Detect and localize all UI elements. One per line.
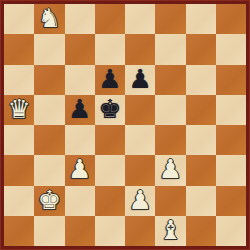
square-h2[interactable] bbox=[216, 186, 246, 216]
square-h5[interactable] bbox=[216, 95, 246, 125]
white-pawn-e2[interactable]: ♟ bbox=[128, 187, 151, 213]
square-g1[interactable] bbox=[186, 216, 216, 246]
square-b4[interactable] bbox=[34, 125, 64, 155]
black-pawn-e6[interactable]: ♟ bbox=[128, 66, 151, 92]
square-g3[interactable] bbox=[186, 155, 216, 185]
square-e3[interactable] bbox=[125, 155, 155, 185]
square-e1[interactable] bbox=[125, 216, 155, 246]
white-queen-a5[interactable]: ♛ bbox=[7, 96, 30, 122]
square-d8[interactable] bbox=[95, 4, 125, 34]
square-h7[interactable] bbox=[216, 34, 246, 64]
square-a7[interactable] bbox=[4, 34, 34, 64]
chess-app: ♞♟♟♛♟♚♟♟♚♟♝ bbox=[0, 0, 250, 250]
square-h6[interactable] bbox=[216, 65, 246, 95]
black-pawn-c5[interactable]: ♟ bbox=[68, 96, 91, 122]
white-pawn-f3[interactable]: ♟ bbox=[159, 156, 182, 182]
square-c4[interactable] bbox=[65, 125, 95, 155]
square-a6[interactable] bbox=[4, 65, 34, 95]
square-f1[interactable]: ♝ bbox=[155, 216, 185, 246]
square-f8[interactable] bbox=[155, 4, 185, 34]
square-g8[interactable] bbox=[186, 4, 216, 34]
square-c3[interactable]: ♟ bbox=[65, 155, 95, 185]
square-f2[interactable] bbox=[155, 186, 185, 216]
square-e4[interactable] bbox=[125, 125, 155, 155]
square-h4[interactable] bbox=[216, 125, 246, 155]
square-a8[interactable] bbox=[4, 4, 34, 34]
black-pawn-d6[interactable]: ♟ bbox=[98, 66, 121, 92]
square-d1[interactable] bbox=[95, 216, 125, 246]
square-c8[interactable] bbox=[65, 4, 95, 34]
white-knight-b8[interactable]: ♞ bbox=[38, 5, 61, 31]
square-f6[interactable] bbox=[155, 65, 185, 95]
square-a1[interactable] bbox=[4, 216, 34, 246]
square-b7[interactable] bbox=[34, 34, 64, 64]
square-b1[interactable] bbox=[34, 216, 64, 246]
square-e5[interactable] bbox=[125, 95, 155, 125]
square-a2[interactable] bbox=[4, 186, 34, 216]
chess-board[interactable]: ♞♟♟♛♟♚♟♟♚♟♝ bbox=[4, 4, 246, 246]
square-c6[interactable] bbox=[65, 65, 95, 95]
square-h1[interactable] bbox=[216, 216, 246, 246]
square-d7[interactable] bbox=[95, 34, 125, 64]
square-a5[interactable]: ♛ bbox=[4, 95, 34, 125]
square-b5[interactable] bbox=[34, 95, 64, 125]
black-king-d5[interactable]: ♚ bbox=[98, 96, 121, 122]
white-pawn-c3[interactable]: ♟ bbox=[68, 156, 91, 182]
square-c5[interactable]: ♟ bbox=[65, 95, 95, 125]
square-h3[interactable] bbox=[216, 155, 246, 185]
square-g5[interactable] bbox=[186, 95, 216, 125]
square-c2[interactable] bbox=[65, 186, 95, 216]
square-b8[interactable]: ♞ bbox=[34, 4, 64, 34]
square-f3[interactable]: ♟ bbox=[155, 155, 185, 185]
square-f4[interactable] bbox=[155, 125, 185, 155]
square-h8[interactable] bbox=[216, 4, 246, 34]
square-b2[interactable]: ♚ bbox=[34, 186, 64, 216]
square-e7[interactable] bbox=[125, 34, 155, 64]
square-g4[interactable] bbox=[186, 125, 216, 155]
square-f5[interactable] bbox=[155, 95, 185, 125]
square-a4[interactable] bbox=[4, 125, 34, 155]
square-d3[interactable] bbox=[95, 155, 125, 185]
square-d5[interactable]: ♚ bbox=[95, 95, 125, 125]
square-b6[interactable] bbox=[34, 65, 64, 95]
square-a3[interactable] bbox=[4, 155, 34, 185]
square-g2[interactable] bbox=[186, 186, 216, 216]
square-e2[interactable]: ♟ bbox=[125, 186, 155, 216]
square-e6[interactable]: ♟ bbox=[125, 65, 155, 95]
square-c7[interactable] bbox=[65, 34, 95, 64]
square-g6[interactable] bbox=[186, 65, 216, 95]
white-king-b2[interactable]: ♚ bbox=[38, 187, 61, 213]
square-g7[interactable] bbox=[186, 34, 216, 64]
square-b3[interactable] bbox=[34, 155, 64, 185]
square-f7[interactable] bbox=[155, 34, 185, 64]
square-d6[interactable]: ♟ bbox=[95, 65, 125, 95]
square-d2[interactable] bbox=[95, 186, 125, 216]
white-bishop-f1[interactable]: ♝ bbox=[159, 217, 182, 243]
square-c1[interactable] bbox=[65, 216, 95, 246]
square-e8[interactable] bbox=[125, 4, 155, 34]
square-d4[interactable] bbox=[95, 125, 125, 155]
